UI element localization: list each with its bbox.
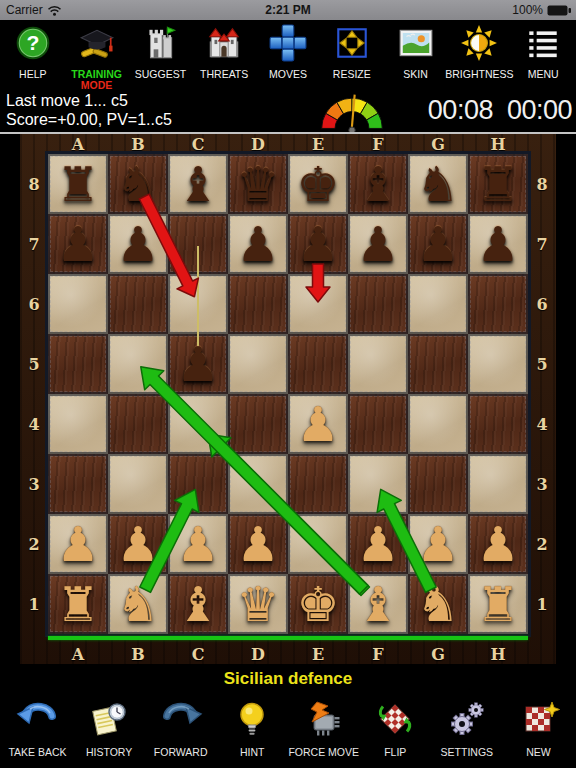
square-a2[interactable]: ♟	[48, 514, 108, 574]
piece-white-king-e1[interactable]: ♚	[288, 574, 348, 634]
rank-labels-left: 87654321	[20, 154, 48, 634]
square-f4[interactable]	[348, 394, 408, 454]
square-g4[interactable]	[408, 394, 468, 454]
square-g5[interactable]	[408, 334, 468, 394]
hint-button[interactable]: HINT	[218, 700, 286, 758]
square-c5[interactable]: ♟	[168, 334, 228, 394]
score-text: Score=+0.00, PV=1..c5	[6, 111, 172, 129]
settings-button[interactable]: SETTINGS	[433, 700, 501, 758]
sun-icon	[460, 24, 498, 66]
square-e3[interactable]	[288, 454, 348, 514]
skin-button[interactable]: SKIN	[385, 24, 447, 80]
square-h8[interactable]: ♜	[468, 154, 528, 214]
new-label: NEW	[526, 746, 551, 758]
rank-label-3: 3	[528, 454, 556, 514]
list-menu-icon	[524, 24, 562, 66]
piece-white-pawn-f2[interactable]: ♟	[348, 514, 408, 574]
square-d1[interactable]: ♛	[228, 574, 288, 634]
piece-black-king-e8[interactable]: ♚	[288, 154, 348, 214]
new-board-star-icon	[516, 700, 560, 742]
chess-app-screen: Carrier 2:21 PM 100% ? HELP	[0, 0, 576, 768]
square-e5[interactable]	[288, 334, 348, 394]
file-label-g: G	[408, 645, 468, 664]
square-d6[interactable]	[228, 274, 288, 334]
square-h3[interactable]	[468, 454, 528, 514]
file-labels-top: ABCDEFGH	[48, 134, 528, 154]
piece-black-pawn-a7[interactable]: ♟	[48, 214, 108, 274]
status-time: 2:21 PM	[0, 3, 576, 17]
battery-icon	[547, 5, 571, 16]
file-label-d: D	[228, 645, 288, 664]
take-back-label: TAKE BACK	[8, 746, 66, 758]
battery-percent: 100%	[512, 3, 543, 17]
piece-black-pawn-e7[interactable]: ♟	[288, 214, 348, 274]
settings-label: SETTINGS	[441, 746, 494, 758]
opening-caption: Sicilian defence	[0, 664, 576, 694]
piece-white-pawn-e4[interactable]: ♟	[288, 394, 348, 454]
notes-clock-icon	[87, 700, 131, 742]
square-g7[interactable]: ♟	[408, 214, 468, 274]
resize-label: RESIZE	[333, 68, 371, 80]
piece-black-pawn-g7[interactable]: ♟	[408, 214, 468, 274]
piece-white-rook-h1[interactable]: ♜	[468, 574, 528, 634]
take-back-button[interactable]: TAKE BACK	[4, 700, 72, 758]
square-f3[interactable]	[348, 454, 408, 514]
square-b4[interactable]	[108, 394, 168, 454]
square-g8[interactable]: ♞	[408, 154, 468, 214]
file-label-b: B	[108, 645, 168, 664]
square-h2[interactable]: ♟	[468, 514, 528, 574]
square-d5[interactable]	[228, 334, 288, 394]
castle-tower-icon	[141, 24, 179, 66]
square-h1[interactable]: ♜	[468, 574, 528, 634]
history-label: HISTORY	[86, 746, 132, 758]
rank-label-1: 1	[20, 574, 48, 634]
rank-label-6: 6	[528, 274, 556, 334]
top-toolbar: ? HELP TRAINING MODE	[0, 20, 576, 90]
square-d8[interactable]: ♛	[228, 154, 288, 214]
rank-label-7: 7	[528, 214, 556, 274]
info-bar: Last move 1... c5 Score=+0.00, PV=1..c5 …	[0, 90, 576, 132]
square-h7[interactable]: ♟	[468, 214, 528, 274]
undo-arrow-icon	[16, 700, 60, 742]
square-c3[interactable]	[168, 454, 228, 514]
square-c2[interactable]: ♟	[168, 514, 228, 574]
square-b6[interactable]	[108, 274, 168, 334]
square-c7[interactable]	[168, 214, 228, 274]
rank-label-3: 3	[20, 454, 48, 514]
piece-white-pawn-d2[interactable]: ♟	[228, 514, 288, 574]
square-c8[interactable]: ♝	[168, 154, 228, 214]
wifi-icon	[47, 5, 62, 16]
chess-board: ♜♞♝♛♚♝♞♜♟♟♟♟♟♟♟♟♟♟♟♟♟♟♟♟♜♞♝♛♚♝♞♜	[48, 154, 528, 634]
piece-black-pawn-f7[interactable]: ♟	[348, 214, 408, 274]
square-b5[interactable]	[108, 334, 168, 394]
piece-black-rook-a8[interactable]: ♜	[48, 154, 108, 214]
rank-labels-right: 87654321	[528, 154, 556, 634]
piece-black-pawn-d7[interactable]: ♟	[228, 214, 288, 274]
clocks: 00:08 00:00	[428, 95, 572, 126]
chip-lightning-icon	[302, 700, 346, 742]
suggest-label: SUGGEST	[135, 68, 186, 80]
square-f1[interactable]: ♝	[348, 574, 408, 634]
file-labels-bottom: ABCDEFGH	[48, 641, 528, 664]
square-b2[interactable]: ♟	[108, 514, 168, 574]
square-e6[interactable]	[288, 274, 348, 334]
status-bar: Carrier 2:21 PM 100%	[0, 0, 576, 20]
square-a8[interactable]: ♜	[48, 154, 108, 214]
file-label-a: A	[48, 645, 108, 664]
square-f8[interactable]: ♝	[348, 154, 408, 214]
square-a4[interactable]	[48, 394, 108, 454]
square-g6[interactable]	[408, 274, 468, 334]
square-h5[interactable]	[468, 334, 528, 394]
rank-label-1: 1	[528, 574, 556, 634]
square-e7[interactable]: ♟	[288, 214, 348, 274]
redo-arrow-icon	[159, 700, 203, 742]
piece-black-pawn-h7[interactable]: ♟	[468, 214, 528, 274]
square-g2[interactable]: ♟	[408, 514, 468, 574]
resize-frame-icon	[333, 24, 371, 66]
piece-white-pawn-h2[interactable]: ♟	[468, 514, 528, 574]
lightbulb-icon	[230, 700, 274, 742]
file-label-c: C	[168, 134, 228, 154]
file-label-b: B	[108, 134, 168, 154]
rank-label-6: 6	[20, 274, 48, 334]
file-label-a: A	[48, 134, 108, 154]
help-label: HELP	[19, 68, 46, 80]
square-e4[interactable]: ♟	[288, 394, 348, 454]
carrier-label: Carrier	[6, 3, 43, 17]
square-c1[interactable]: ♝	[168, 574, 228, 634]
clock-black: 00:00	[507, 95, 572, 126]
graduation-cap-icon	[78, 24, 116, 66]
file-label-d: D	[228, 134, 288, 154]
file-label-e: E	[288, 134, 348, 154]
piece-white-rook-a1[interactable]: ♜	[48, 574, 108, 634]
square-f5[interactable]	[348, 334, 408, 394]
square-c4[interactable]	[168, 394, 228, 454]
square-f6[interactable]	[348, 274, 408, 334]
square-b1[interactable]: ♞	[108, 574, 168, 634]
rank-label-4: 4	[20, 394, 48, 454]
square-b3[interactable]	[108, 454, 168, 514]
piece-white-pawn-b2[interactable]: ♟	[108, 514, 168, 574]
rank-label-8: 8	[20, 154, 48, 214]
piece-white-knight-b1[interactable]: ♞	[108, 574, 168, 634]
piece-white-knight-g1[interactable]: ♞	[408, 574, 468, 634]
flip-board-icon	[373, 700, 417, 742]
square-a7[interactable]: ♟	[48, 214, 108, 274]
piece-white-bishop-c1[interactable]: ♝	[168, 574, 228, 634]
blue-cross-icon	[269, 24, 307, 66]
square-b8[interactable]: ♞	[108, 154, 168, 214]
piece-black-queen-d8[interactable]: ♛	[228, 154, 288, 214]
square-g3[interactable]	[408, 454, 468, 514]
help-icon: ?	[14, 24, 52, 66]
piece-white-queen-d1[interactable]: ♛	[228, 574, 288, 634]
training-mode-button[interactable]: TRAINING MODE	[66, 24, 128, 91]
last-move-text: Last move 1... c5	[6, 92, 128, 110]
file-label-f: F	[348, 134, 408, 154]
piece-black-bishop-c8[interactable]: ♝	[168, 154, 228, 214]
force-move-button[interactable]: FORCE MOVE	[290, 700, 358, 758]
threats-button[interactable]: THREATS	[193, 24, 255, 80]
piece-black-rook-h8[interactable]: ♜	[468, 154, 528, 214]
square-e2[interactable]	[288, 514, 348, 574]
square-a6[interactable]	[48, 274, 108, 334]
rank-label-2: 2	[528, 514, 556, 574]
skin-label: SKIN	[403, 68, 428, 80]
piece-black-knight-g8[interactable]: ♞	[408, 154, 468, 214]
file-label-c: C	[168, 645, 228, 664]
gears-icon	[445, 700, 489, 742]
board-zone: ABCDEFGH 87654321 87654321 ♜♞♝♛♚♝♞♜♟♟♟♟♟…	[0, 132, 576, 664]
help-button[interactable]: ? HELP	[2, 24, 64, 80]
piece-white-pawn-g2[interactable]: ♟	[408, 514, 468, 574]
square-a5[interactable]	[48, 334, 108, 394]
bottom-toolbar: TAKE BACK HISTORY	[0, 694, 576, 768]
file-label-h: H	[468, 134, 528, 154]
square-d3[interactable]	[228, 454, 288, 514]
rank-label-8: 8	[528, 154, 556, 214]
file-label-e: E	[288, 645, 348, 664]
square-d2[interactable]: ♟	[228, 514, 288, 574]
square-e1[interactable]: ♚	[288, 574, 348, 634]
rank-label-7: 7	[20, 214, 48, 274]
forward-label: FORWARD	[154, 746, 208, 758]
green-baseline	[48, 636, 528, 640]
square-b7[interactable]: ♟	[108, 214, 168, 274]
square-f7[interactable]: ♟	[348, 214, 408, 274]
menu-button[interactable]: MENU	[512, 24, 574, 80]
force-move-label: FORCE MOVE	[288, 746, 359, 758]
brightness-button[interactable]: BRIGHTNESS	[448, 24, 510, 80]
new-game-button[interactable]: NEW	[504, 700, 572, 758]
forward-button[interactable]: FORWARD	[147, 700, 215, 758]
piece-black-pawn-b7[interactable]: ♟	[108, 214, 168, 274]
square-h4[interactable]	[468, 394, 528, 454]
history-button[interactable]: HISTORY	[75, 700, 143, 758]
file-label-g: G	[408, 134, 468, 154]
evaluation-gauge	[300, 91, 404, 132]
flip-button[interactable]: FLIP	[361, 700, 429, 758]
square-e8[interactable]: ♚	[288, 154, 348, 214]
file-label-f: F	[348, 645, 408, 664]
piece-black-bishop-f8[interactable]: ♝	[348, 154, 408, 214]
moves-label: MOVES	[269, 68, 307, 80]
moves-button[interactable]: MOVES	[257, 24, 319, 80]
square-d4[interactable]	[228, 394, 288, 454]
picture-icon	[397, 24, 435, 66]
rank-label-5: 5	[528, 334, 556, 394]
castle-red-flags-icon	[205, 24, 243, 66]
piece-white-pawn-c2[interactable]: ♟	[168, 514, 228, 574]
rank-label-5: 5	[20, 334, 48, 394]
threats-label: THREATS	[200, 68, 248, 80]
square-h6[interactable]	[468, 274, 528, 334]
square-f2[interactable]: ♟	[348, 514, 408, 574]
square-c6[interactable]	[168, 274, 228, 334]
rank-label-4: 4	[528, 394, 556, 454]
rank-label-2: 2	[20, 514, 48, 574]
hint-label: HINT	[240, 746, 265, 758]
svg-text:?: ?	[26, 31, 39, 54]
piece-white-bishop-f1[interactable]: ♝	[348, 574, 408, 634]
flip-label: FLIP	[384, 746, 406, 758]
suggest-button[interactable]: SUGGEST	[129, 24, 191, 80]
piece-black-pawn-c5[interactable]: ♟	[168, 334, 228, 394]
clock-white: 00:08	[428, 95, 493, 126]
menu-label: MENU	[528, 68, 559, 80]
resize-button[interactable]: RESIZE	[321, 24, 383, 80]
square-g1[interactable]: ♞	[408, 574, 468, 634]
square-a1[interactable]: ♜	[48, 574, 108, 634]
square-d7[interactable]: ♟	[228, 214, 288, 274]
piece-white-pawn-a2[interactable]: ♟	[48, 514, 108, 574]
board-frame: ABCDEFGH 87654321 87654321 ♜♞♝♛♚♝♞♜♟♟♟♟♟…	[20, 134, 556, 664]
square-a3[interactable]	[48, 454, 108, 514]
file-label-h: H	[468, 645, 528, 664]
brightness-label: BRIGHTNESS	[445, 68, 513, 80]
piece-black-knight-b8[interactable]: ♞	[108, 154, 168, 214]
